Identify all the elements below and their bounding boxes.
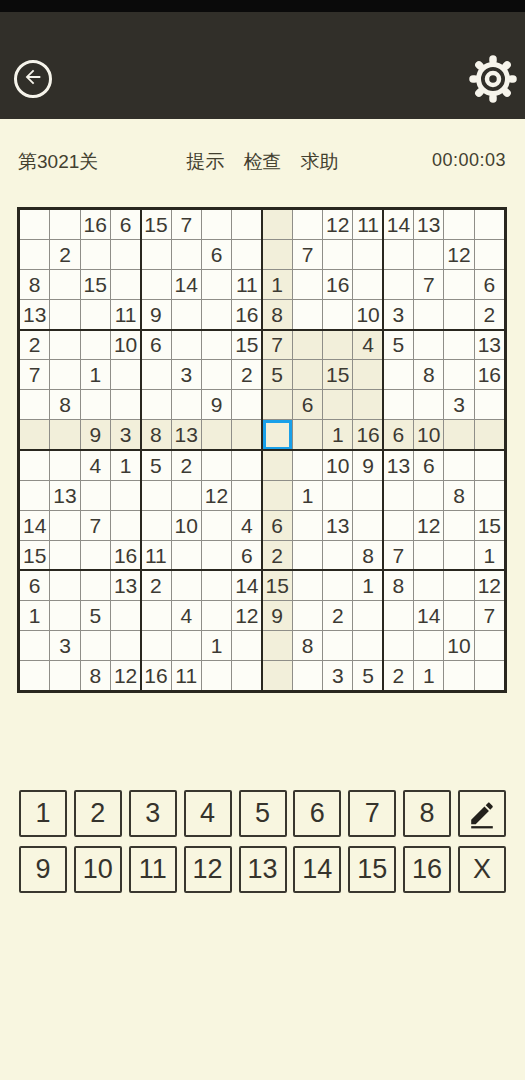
cell-r8c2[interactable] <box>50 420 79 449</box>
cell-r13c10[interactable] <box>293 571 322 600</box>
cell-r10c6[interactable] <box>172 481 201 510</box>
key-11[interactable]: 11 <box>129 846 177 893</box>
cell-r7c2[interactable]: 8 <box>50 390 79 419</box>
cell-r4c14[interactable] <box>414 300 443 329</box>
cell-r13c11[interactable] <box>323 571 352 600</box>
key-9[interactable]: 9 <box>19 846 67 893</box>
key-2[interactable]: 2 <box>74 790 122 837</box>
cell-r13c9[interactable]: 15 <box>263 571 292 600</box>
cell-r5c5[interactable]: 6 <box>141 330 170 359</box>
cell-r5c12[interactable]: 4 <box>353 330 382 359</box>
key-12[interactable]: 12 <box>184 846 232 893</box>
cell-r4c2[interactable] <box>50 300 79 329</box>
cell-r5c10[interactable] <box>293 330 322 359</box>
cell-r1c15[interactable] <box>444 210 473 239</box>
cell-r14c11[interactable]: 2 <box>323 601 352 630</box>
cell-r8c10[interactable] <box>293 420 322 449</box>
cell-r12c12[interactable]: 8 <box>353 541 382 570</box>
cell-r15c11[interactable] <box>323 631 352 660</box>
cell-r16c12[interactable]: 5 <box>353 661 382 690</box>
app-header <box>0 12 525 119</box>
cell-r6c15[interactable] <box>444 360 473 389</box>
cell-r11c1[interactable]: 14 <box>20 511 49 540</box>
cell-r9c11[interactable]: 10 <box>323 451 352 480</box>
cell-r7c5[interactable] <box>141 390 170 419</box>
cell-r1c11[interactable]: 12 <box>323 210 352 239</box>
cell-r7c11[interactable] <box>323 390 352 419</box>
hint-button[interactable]: 提示 <box>187 149 225 175</box>
cell-r11c7[interactable] <box>202 511 231 540</box>
cell-r15c12[interactable] <box>353 631 382 660</box>
cell-r9c3[interactable]: 4 <box>81 451 110 480</box>
cell-r13c2[interactable] <box>50 571 79 600</box>
cell-r14c2[interactable] <box>50 601 79 630</box>
cell-r1c14[interactable]: 13 <box>414 210 443 239</box>
cell-r10c5[interactable] <box>141 481 170 510</box>
numpad-row-2: 910111213141516X <box>19 846 506 893</box>
cell-r2c2[interactable]: 2 <box>50 240 79 269</box>
cell-r13c15[interactable] <box>444 571 473 600</box>
cell-r16c11[interactable]: 3 <box>323 661 352 690</box>
cell-r6c9[interactable]: 5 <box>263 360 292 389</box>
cell-r6c8[interactable]: 2 <box>232 360 261 389</box>
cell-r12c11[interactable] <box>323 541 352 570</box>
cell-r2c8[interactable] <box>232 240 261 269</box>
cell-r7c7[interactable]: 9 <box>202 390 231 419</box>
back-button[interactable] <box>14 60 52 98</box>
cell-r11c11[interactable]: 13 <box>323 511 352 540</box>
cell-r12c15[interactable] <box>444 541 473 570</box>
cell-r1c8[interactable] <box>232 210 261 239</box>
cell-r4c13[interactable]: 3 <box>384 300 413 329</box>
key-7[interactable]: 7 <box>348 790 396 837</box>
gear-icon <box>467 91 519 108</box>
cell-r7c9[interactable] <box>263 390 292 419</box>
cell-r9c6[interactable]: 2 <box>172 451 201 480</box>
cell-r5c15[interactable] <box>444 330 473 359</box>
key-6[interactable]: 6 <box>293 790 341 837</box>
pencil-icon <box>467 799 497 829</box>
cell-r3c3[interactable]: 15 <box>81 270 110 299</box>
cell-r2c9[interactable] <box>263 240 292 269</box>
cell-r9c8[interactable] <box>232 451 261 480</box>
cell-r8c15[interactable] <box>444 420 473 449</box>
cell-r14c5[interactable] <box>141 601 170 630</box>
cell-r16c9[interactable] <box>263 661 292 690</box>
cell-r13c6[interactable] <box>172 571 201 600</box>
cell-r3c7[interactable] <box>202 270 231 299</box>
cell-r1c3[interactable]: 16 <box>81 210 110 239</box>
timer: 00:00:03 <box>432 150 506 171</box>
cell-r3c2[interactable] <box>50 270 79 299</box>
cell-r6c14[interactable]: 8 <box>414 360 443 389</box>
cell-r2c16[interactable] <box>475 240 504 269</box>
cell-r9c12[interactable]: 9 <box>353 451 382 480</box>
cell-r5c8[interactable]: 15 <box>232 330 261 359</box>
cell-r8c13[interactable]: 6 <box>384 420 413 449</box>
cell-r3c5[interactable] <box>141 270 170 299</box>
cell-r4c5[interactable]: 9 <box>141 300 170 329</box>
cell-r3c8[interactable]: 11 <box>232 270 261 299</box>
cell-r2c13[interactable] <box>384 240 413 269</box>
cell-r3c1[interactable]: 8 <box>20 270 49 299</box>
cell-r10c13[interactable] <box>384 481 413 510</box>
cell-r3c12[interactable] <box>353 270 382 299</box>
cell-r14c13[interactable] <box>384 601 413 630</box>
cell-r13c8[interactable]: 14 <box>232 571 261 600</box>
board: 1661571211141326712815141111676131191681… <box>17 207 507 693</box>
cell-r12c2[interactable] <box>50 541 79 570</box>
cell-r16c2[interactable] <box>50 661 79 690</box>
cell-r2c11[interactable] <box>323 240 352 269</box>
cell-r16c6[interactable]: 11 <box>172 661 201 690</box>
cell-r8c4[interactable]: 3 <box>111 420 140 449</box>
cell-r9c9[interactable] <box>263 451 292 480</box>
cell-r15c8[interactable] <box>232 631 261 660</box>
cell-r13c1[interactable]: 6 <box>20 571 49 600</box>
cell-r11c8[interactable]: 4 <box>232 511 261 540</box>
toolbar-menu: 提示 检查 求助 <box>187 149 339 175</box>
cell-r8c12[interactable]: 16 <box>353 420 382 449</box>
cell-r8c11[interactable]: 1 <box>323 420 352 449</box>
cell-r15c10[interactable]: 8 <box>293 631 322 660</box>
cell-r8c9[interactable] <box>263 420 292 449</box>
cell-r14c14[interactable]: 14 <box>414 601 443 630</box>
cell-r11c13[interactable] <box>384 511 413 540</box>
cell-r6c3[interactable]: 1 <box>81 360 110 389</box>
cell-r5c13[interactable]: 5 <box>384 330 413 359</box>
cell-r11c12[interactable] <box>353 511 382 540</box>
cell-r7c1[interactable] <box>20 390 49 419</box>
cell-r12c5[interactable]: 11 <box>141 541 170 570</box>
cell-r4c11[interactable] <box>323 300 352 329</box>
cell-r10c15[interactable]: 8 <box>444 481 473 510</box>
cell-r7c4[interactable] <box>111 390 140 419</box>
cell-r6c11[interactable]: 15 <box>323 360 352 389</box>
cell-r5c4[interactable]: 10 <box>111 330 140 359</box>
cell-r15c7[interactable]: 1 <box>202 631 231 660</box>
cell-r3c14[interactable]: 7 <box>414 270 443 299</box>
cell-r16c7[interactable] <box>202 661 231 690</box>
key-5[interactable]: 5 <box>239 790 287 837</box>
cell-r2c7[interactable]: 6 <box>202 240 231 269</box>
cell-r2c3[interactable] <box>81 240 110 269</box>
cell-r15c2[interactable]: 3 <box>50 631 79 660</box>
cell-r2c10[interactable]: 7 <box>293 240 322 269</box>
cell-r16c8[interactable] <box>232 661 261 690</box>
cell-r10c11[interactable] <box>323 481 352 510</box>
pencil-button[interactable] <box>458 790 506 837</box>
cell-r3c13[interactable] <box>384 270 413 299</box>
cell-r5c7[interactable] <box>202 330 231 359</box>
cell-r16c3[interactable]: 8 <box>81 661 110 690</box>
cell-r12c3[interactable] <box>81 541 110 570</box>
settings-button[interactable] <box>467 53 519 105</box>
cell-r11c4[interactable] <box>111 511 140 540</box>
cell-r4c1[interactable]: 13 <box>20 300 49 329</box>
cell-r15c15[interactable]: 10 <box>444 631 473 660</box>
cell-r6c5[interactable] <box>141 360 170 389</box>
level-label: 第3021关 <box>18 149 98 175</box>
cell-r8c3[interactable]: 9 <box>81 420 110 449</box>
cell-r12c10[interactable] <box>293 541 322 570</box>
cell-r9c1[interactable] <box>20 451 49 480</box>
cell-r6c7[interactable] <box>202 360 231 389</box>
cell-r12c6[interactable] <box>172 541 201 570</box>
cell-r6c4[interactable] <box>111 360 140 389</box>
cell-r9c2[interactable] <box>50 451 79 480</box>
cell-r14c1[interactable]: 1 <box>20 601 49 630</box>
cell-r5c3[interactable] <box>81 330 110 359</box>
cell-r14c15[interactable] <box>444 601 473 630</box>
cell-r15c6[interactable] <box>172 631 201 660</box>
cell-r16c4[interactable]: 12 <box>111 661 140 690</box>
cell-r7c3[interactable] <box>81 390 110 419</box>
cell-r11c16[interactable]: 15 <box>475 511 504 540</box>
cell-r1c10[interactable] <box>293 210 322 239</box>
cell-r7c14[interactable] <box>414 390 443 419</box>
cell-r7c6[interactable] <box>172 390 201 419</box>
cell-r12c7[interactable] <box>202 541 231 570</box>
cell-r4c6[interactable] <box>172 300 201 329</box>
cell-r10c3[interactable] <box>81 481 110 510</box>
cell-r2c12[interactable] <box>353 240 382 269</box>
cell-r10c14[interactable] <box>414 481 443 510</box>
cell-r2c5[interactable] <box>141 240 170 269</box>
cell-r13c13[interactable]: 8 <box>384 571 413 600</box>
cell-r9c14[interactable]: 6 <box>414 451 443 480</box>
cell-r4c8[interactable]: 16 <box>232 300 261 329</box>
cell-r4c9[interactable]: 8 <box>263 300 292 329</box>
cell-r3c10[interactable] <box>293 270 322 299</box>
cell-r3c9[interactable]: 1 <box>263 270 292 299</box>
cell-r3c4[interactable] <box>111 270 140 299</box>
numpad: 12345678 910111213141516X <box>19 790 506 893</box>
cell-r10c8[interactable] <box>232 481 261 510</box>
cell-r11c9[interactable]: 6 <box>263 511 292 540</box>
status-bar <box>0 0 525 12</box>
cell-r14c8[interactable]: 12 <box>232 601 261 630</box>
check-button[interactable]: 检查 <box>244 149 282 175</box>
cell-r4c12[interactable]: 10 <box>353 300 382 329</box>
cell-r16c5[interactable]: 16 <box>141 661 170 690</box>
cell-r14c4[interactable] <box>111 601 140 630</box>
cell-r6c10[interactable] <box>293 360 322 389</box>
cell-r2c14[interactable] <box>414 240 443 269</box>
cell-r8c14[interactable]: 10 <box>414 420 443 449</box>
cell-r9c15[interactable] <box>444 451 473 480</box>
cell-r1c9[interactable] <box>263 210 292 239</box>
cell-r5c11[interactable] <box>323 330 352 359</box>
cell-r1c1[interactable] <box>20 210 49 239</box>
cell-r13c3[interactable] <box>81 571 110 600</box>
cell-r2c6[interactable] <box>172 240 201 269</box>
cell-r12c14[interactable] <box>414 541 443 570</box>
cell-r4c10[interactable] <box>293 300 322 329</box>
cell-r12c1[interactable]: 15 <box>20 541 49 570</box>
cell-r15c9[interactable] <box>263 631 292 660</box>
cell-r16c1[interactable] <box>20 661 49 690</box>
cell-r7c15[interactable]: 3 <box>444 390 473 419</box>
toolbar: 第3021关 提示 检查 求助 00:00:03 <box>0 146 525 176</box>
cell-r15c1[interactable] <box>20 631 49 660</box>
cell-r8c16[interactable] <box>475 420 504 449</box>
cell-r11c6[interactable]: 10 <box>172 511 201 540</box>
cell-r10c7[interactable]: 12 <box>202 481 231 510</box>
cell-r15c13[interactable] <box>384 631 413 660</box>
cell-r14c9[interactable]: 9 <box>263 601 292 630</box>
cell-r5c6[interactable] <box>172 330 201 359</box>
cell-r10c10[interactable]: 1 <box>293 481 322 510</box>
cell-r9c4[interactable]: 1 <box>111 451 140 480</box>
cell-r1c6[interactable]: 7 <box>172 210 201 239</box>
cell-r10c2[interactable]: 13 <box>50 481 79 510</box>
cell-r1c13[interactable]: 14 <box>384 210 413 239</box>
cell-r7c8[interactable] <box>232 390 261 419</box>
cell-r12c4[interactable]: 16 <box>111 541 140 570</box>
cell-r12c9[interactable]: 2 <box>263 541 292 570</box>
cell-r14c16[interactable]: 7 <box>475 601 504 630</box>
cell-r5c14[interactable] <box>414 330 443 359</box>
cell-r11c15[interactable] <box>444 511 473 540</box>
key-4[interactable]: 4 <box>184 790 232 837</box>
cell-r1c2[interactable] <box>50 210 79 239</box>
key-1[interactable]: 1 <box>19 790 67 837</box>
cell-r14c10[interactable] <box>293 601 322 630</box>
cell-r4c4[interactable]: 11 <box>111 300 140 329</box>
numpad-row-1: 12345678 <box>19 790 506 837</box>
cell-r13c16[interactable]: 12 <box>475 571 504 600</box>
cell-r7c10[interactable]: 6 <box>293 390 322 419</box>
cell-r4c7[interactable] <box>202 300 231 329</box>
cell-r14c3[interactable]: 5 <box>81 601 110 630</box>
key-14[interactable]: 14 <box>293 846 341 893</box>
cell-r5c16[interactable]: 13 <box>475 330 504 359</box>
cell-r11c2[interactable] <box>50 511 79 540</box>
cell-r8c5[interactable]: 8 <box>141 420 170 449</box>
cell-r2c1[interactable] <box>20 240 49 269</box>
key-15[interactable]: 15 <box>348 846 396 893</box>
cell-r6c12[interactable] <box>353 360 382 389</box>
cell-r7c16[interactable] <box>475 390 504 419</box>
cell-r4c16[interactable]: 2 <box>475 300 504 329</box>
help-button[interactable]: 求助 <box>301 149 339 175</box>
key-10[interactable]: 10 <box>74 846 122 893</box>
cell-r10c1[interactable] <box>20 481 49 510</box>
cell-r16c10[interactable] <box>293 661 322 690</box>
cell-r2c15[interactable]: 12 <box>444 240 473 269</box>
cell-r13c7[interactable] <box>202 571 231 600</box>
cell-r13c14[interactable] <box>414 571 443 600</box>
cell-r1c12[interactable]: 11 <box>353 210 382 239</box>
cell-r13c4[interactable]: 13 <box>111 571 140 600</box>
cell-r15c14[interactable] <box>414 631 443 660</box>
key-3[interactable]: 3 <box>129 790 177 837</box>
cell-r1c16[interactable] <box>475 210 504 239</box>
cell-r7c12[interactable] <box>353 390 382 419</box>
cell-r14c7[interactable] <box>202 601 231 630</box>
cell-r7c13[interactable] <box>384 390 413 419</box>
cell-r14c12[interactable] <box>353 601 382 630</box>
key-8[interactable]: 8 <box>403 790 451 837</box>
cell-r1c5[interactable]: 15 <box>141 210 170 239</box>
cell-r10c4[interactable] <box>111 481 140 510</box>
cell-r15c4[interactable] <box>111 631 140 660</box>
cell-r15c5[interactable] <box>141 631 170 660</box>
cell-r16c15[interactable] <box>444 661 473 690</box>
cell-r11c10[interactable] <box>293 511 322 540</box>
cell-r5c2[interactable] <box>50 330 79 359</box>
cell-r15c3[interactable] <box>81 631 110 660</box>
cell-r1c7[interactable] <box>202 210 231 239</box>
cell-r6c6[interactable]: 3 <box>172 360 201 389</box>
cell-r5c1[interactable]: 2 <box>20 330 49 359</box>
cell-r9c16[interactable] <box>475 451 504 480</box>
key-16[interactable]: 16 <box>403 846 451 893</box>
cell-r6c2[interactable] <box>50 360 79 389</box>
cell-r6c13[interactable] <box>384 360 413 389</box>
back-arrow-icon <box>22 66 44 92</box>
cell-r11c14[interactable]: 12 <box>414 511 443 540</box>
cell-r16c13[interactable]: 2 <box>384 661 413 690</box>
cell-r13c12[interactable]: 1 <box>353 571 382 600</box>
cell-r15c16[interactable] <box>475 631 504 660</box>
cell-r16c16[interactable] <box>475 661 504 690</box>
cell-r10c16[interactable] <box>475 481 504 510</box>
delete-button[interactable]: X <box>458 846 506 893</box>
cell-r4c15[interactable] <box>444 300 473 329</box>
cell-r3c16[interactable]: 6 <box>475 270 504 299</box>
cell-r3c15[interactable] <box>444 270 473 299</box>
cell-r4c3[interactable] <box>81 300 110 329</box>
cell-r16c14[interactable]: 1 <box>414 661 443 690</box>
cell-r8c7[interactable] <box>202 420 231 449</box>
cell-r3c11[interactable]: 16 <box>323 270 352 299</box>
cell-r9c5[interactable]: 5 <box>141 451 170 480</box>
cell-r14c6[interactable]: 4 <box>172 601 201 630</box>
cell-r10c12[interactable] <box>353 481 382 510</box>
cell-r8c6[interactable]: 13 <box>172 420 201 449</box>
cell-r9c13[interactable]: 13 <box>384 451 413 480</box>
cell-r9c10[interactable] <box>293 451 322 480</box>
key-13[interactable]: 13 <box>239 846 287 893</box>
cell-r5c9[interactable]: 7 <box>263 330 292 359</box>
cell-r8c8[interactable] <box>232 420 261 449</box>
cell-r2c4[interactable] <box>111 240 140 269</box>
cell-r11c5[interactable] <box>141 511 170 540</box>
cell-r10c9[interactable] <box>263 481 292 510</box>
cell-r3c6[interactable]: 14 <box>172 270 201 299</box>
cell-r9c7[interactable] <box>202 451 231 480</box>
cell-r8c1[interactable] <box>20 420 49 449</box>
cell-r6c16[interactable]: 16 <box>475 360 504 389</box>
cell-r1c4[interactable]: 6 <box>111 210 140 239</box>
cell-r13c5[interactable]: 2 <box>141 571 170 600</box>
cell-r12c13[interactable]: 7 <box>384 541 413 570</box>
cell-r6c1[interactable]: 7 <box>20 360 49 389</box>
cell-r12c16[interactable]: 1 <box>475 541 504 570</box>
cell-r11c3[interactable]: 7 <box>81 511 110 540</box>
cell-r12c8[interactable]: 6 <box>232 541 261 570</box>
